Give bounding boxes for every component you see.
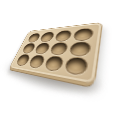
muffin-cup-r3c3 xyxy=(43,55,65,72)
muffin-cup-r1c3 xyxy=(53,29,72,41)
muffin-cup-r3c2 xyxy=(27,54,46,69)
muffin-cup-r2c3 xyxy=(49,42,69,56)
product-photo-scene xyxy=(0,0,120,120)
muffin-cup-r1c4 xyxy=(72,27,94,41)
muffin-cup-r2c1 xyxy=(21,43,37,54)
muffin-cup-r3c4 xyxy=(63,56,89,76)
cup-grid xyxy=(14,27,96,77)
muffin-cup-r1c2 xyxy=(39,31,56,42)
muffin-cup-r2c2 xyxy=(33,42,51,54)
muffin-cup-r2c4 xyxy=(68,41,92,56)
muffin-cup-r1c1 xyxy=(26,32,41,42)
